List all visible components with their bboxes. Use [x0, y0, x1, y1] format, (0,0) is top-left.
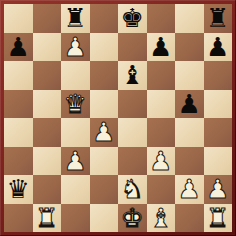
square-b1[interactable]: ♜ — [33, 204, 62, 233]
square-b4[interactable] — [33, 118, 62, 147]
square-b7[interactable] — [33, 33, 62, 62]
square-e6[interactable]: ♝ — [118, 61, 147, 90]
square-c6[interactable] — [61, 61, 90, 90]
chess-board: ♜♚♜♟♟♟♟♝♛♟♟♟♟♛♞♟♟♜♚♝♜ — [4, 4, 232, 232]
piece-white-pawn-c7[interactable]: ♟ — [64, 33, 87, 62]
square-f6[interactable] — [147, 61, 176, 90]
square-f2[interactable] — [147, 175, 176, 204]
square-a3[interactable] — [4, 147, 33, 176]
square-h8[interactable]: ♜ — [204, 4, 233, 33]
piece-black-king-e8[interactable]: ♚ — [121, 4, 144, 33]
piece-white-knight-e2[interactable]: ♞ — [121, 175, 144, 204]
square-g4[interactable] — [175, 118, 204, 147]
square-e8[interactable]: ♚ — [118, 4, 147, 33]
square-b3[interactable] — [33, 147, 62, 176]
square-f3[interactable]: ♟ — [147, 147, 176, 176]
square-c4[interactable] — [61, 118, 90, 147]
piece-white-king-e1[interactable]: ♚ — [121, 204, 144, 233]
square-h1[interactable]: ♜ — [204, 204, 233, 233]
square-c7[interactable]: ♟ — [61, 33, 90, 62]
square-a1[interactable] — [4, 204, 33, 233]
piece-white-rook-h1[interactable]: ♜ — [206, 204, 229, 233]
square-c1[interactable] — [61, 204, 90, 233]
square-a6[interactable] — [4, 61, 33, 90]
square-f8[interactable] — [147, 4, 176, 33]
square-a5[interactable] — [4, 90, 33, 119]
piece-white-bishop-f1[interactable]: ♝ — [149, 204, 172, 233]
square-c5[interactable]: ♛ — [61, 90, 90, 119]
square-g5[interactable]: ♟ — [175, 90, 204, 119]
piece-white-pawn-f3[interactable]: ♟ — [149, 147, 172, 176]
square-h4[interactable] — [204, 118, 233, 147]
square-e1[interactable]: ♚ — [118, 204, 147, 233]
square-e7[interactable] — [118, 33, 147, 62]
square-a8[interactable] — [4, 4, 33, 33]
board-frame: ♜♚♜♟♟♟♟♝♛♟♟♟♟♛♞♟♟♜♚♝♜ — [0, 0, 236, 236]
piece-white-queen-c5[interactable]: ♛ — [64, 90, 87, 119]
square-f4[interactable] — [147, 118, 176, 147]
square-b5[interactable] — [33, 90, 62, 119]
square-b8[interactable] — [33, 4, 62, 33]
square-f5[interactable] — [147, 90, 176, 119]
square-h5[interactable] — [204, 90, 233, 119]
square-d4[interactable]: ♟ — [90, 118, 119, 147]
square-g7[interactable] — [175, 33, 204, 62]
piece-white-pawn-c3[interactable]: ♟ — [64, 147, 87, 176]
square-g6[interactable] — [175, 61, 204, 90]
square-f7[interactable]: ♟ — [147, 33, 176, 62]
square-b6[interactable] — [33, 61, 62, 90]
square-g3[interactable] — [175, 147, 204, 176]
square-b2[interactable] — [33, 175, 62, 204]
square-g2[interactable]: ♟ — [175, 175, 204, 204]
square-d3[interactable] — [90, 147, 119, 176]
piece-black-pawn-f7[interactable]: ♟ — [149, 33, 172, 62]
square-h7[interactable]: ♟ — [204, 33, 233, 62]
square-f1[interactable]: ♝ — [147, 204, 176, 233]
square-h6[interactable] — [204, 61, 233, 90]
square-d5[interactable] — [90, 90, 119, 119]
square-e2[interactable]: ♞ — [118, 175, 147, 204]
square-g8[interactable] — [175, 4, 204, 33]
square-d6[interactable] — [90, 61, 119, 90]
square-c3[interactable]: ♟ — [61, 147, 90, 176]
square-d7[interactable] — [90, 33, 119, 62]
square-e3[interactable] — [118, 147, 147, 176]
square-g1[interactable] — [175, 204, 204, 233]
square-e5[interactable] — [118, 90, 147, 119]
square-a7[interactable]: ♟ — [4, 33, 33, 62]
piece-black-pawn-h7[interactable]: ♟ — [206, 33, 229, 62]
piece-black-bishop-e6[interactable]: ♝ — [121, 61, 144, 90]
piece-black-queen-a2[interactable]: ♛ — [7, 175, 30, 204]
piece-white-pawn-h2[interactable]: ♟ — [206, 175, 229, 204]
piece-black-pawn-g5[interactable]: ♟ — [178, 90, 201, 119]
square-a4[interactable] — [4, 118, 33, 147]
square-e4[interactable] — [118, 118, 147, 147]
piece-white-pawn-g2[interactable]: ♟ — [178, 175, 201, 204]
piece-white-pawn-d4[interactable]: ♟ — [92, 118, 115, 147]
piece-black-pawn-a7[interactable]: ♟ — [7, 33, 30, 62]
piece-black-rook-c8[interactable]: ♜ — [64, 4, 87, 33]
square-d1[interactable] — [90, 204, 119, 233]
square-c8[interactable]: ♜ — [61, 4, 90, 33]
square-h3[interactable] — [204, 147, 233, 176]
square-d2[interactable] — [90, 175, 119, 204]
piece-black-rook-h8[interactable]: ♜ — [206, 4, 229, 33]
piece-white-rook-b1[interactable]: ♜ — [35, 204, 58, 233]
square-h2[interactable]: ♟ — [204, 175, 233, 204]
square-d8[interactable] — [90, 4, 119, 33]
square-a2[interactable]: ♛ — [4, 175, 33, 204]
square-c2[interactable] — [61, 175, 90, 204]
